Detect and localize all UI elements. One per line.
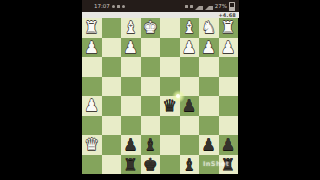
square-b1[interactable]: ♞ <box>199 18 219 38</box>
status-bar: 17:07 27% <box>82 0 239 12</box>
square-f8[interactable]: ♜ <box>121 155 141 175</box>
status-bar-right: 27% <box>185 0 235 12</box>
square-h6[interactable] <box>82 116 102 136</box>
square-e7[interactable]: ♝ <box>141 135 161 155</box>
inshot-watermark: InShot <box>203 160 229 168</box>
square-d3[interactable] <box>160 57 180 77</box>
square-c1[interactable]: ♝ <box>180 18 200 38</box>
black-pawn: ♟ <box>201 135 216 155</box>
square-h3[interactable] <box>82 57 102 77</box>
square-g7[interactable] <box>102 135 122 155</box>
white-knight: ♞ <box>201 18 216 38</box>
square-g3[interactable] <box>102 57 122 77</box>
square-c3[interactable] <box>180 57 200 77</box>
wifi-icon <box>195 2 203 10</box>
white-bishop: ♝ <box>182 18 197 38</box>
square-h2[interactable]: ♟ <box>82 38 102 58</box>
chess-board[interactable]: ♜♝♚♝♞♜♟♟♟♟♟♟♛♟♛♟♝♟♟♜♚♝♜ <box>82 18 238 174</box>
square-f4[interactable] <box>121 77 141 97</box>
square-a3[interactable] <box>219 57 239 77</box>
volte-icon <box>190 5 193 8</box>
square-a4[interactable] <box>219 77 239 97</box>
square-a7[interactable]: ♟ <box>219 135 239 155</box>
white-rook: ♜ <box>221 18 236 38</box>
square-f5[interactable] <box>121 96 141 116</box>
white-pawn: ♟ <box>201 38 216 58</box>
square-b7[interactable]: ♟ <box>199 135 219 155</box>
square-d1[interactable] <box>160 18 180 38</box>
square-e3[interactable] <box>141 57 161 77</box>
white-rook: ♜ <box>84 18 99 38</box>
phone-screen: 17:07 27% +4.68 ♜♝♚♝♞♜♟♟♟♟♟♟♛♟♛♟♝♟♟♜♚♝♜ … <box>82 0 239 174</box>
black-pawn: ♟ <box>123 135 138 155</box>
square-d6[interactable] <box>160 116 180 136</box>
square-c7[interactable] <box>180 135 200 155</box>
white-bishop: ♝ <box>123 18 138 38</box>
square-g8[interactable] <box>102 155 122 175</box>
square-e6[interactable] <box>141 116 161 136</box>
white-pawn: ♟ <box>84 38 99 58</box>
signal-icon <box>205 2 213 10</box>
square-d8[interactable] <box>160 155 180 175</box>
mute-icon <box>112 5 115 8</box>
square-h5[interactable]: ♟ <box>82 96 102 116</box>
square-b4[interactable] <box>199 77 219 97</box>
square-b2[interactable]: ♟ <box>199 38 219 58</box>
white-pawn: ♟ <box>84 96 99 116</box>
white-king: ♚ <box>143 18 158 38</box>
square-e1[interactable]: ♚ <box>141 18 161 38</box>
square-f7[interactable]: ♟ <box>121 135 141 155</box>
black-bishop: ♝ <box>182 155 197 175</box>
battery-percent-text: 27% <box>215 0 227 12</box>
video-frame: 17:07 27% +4.68 ♜♝♚♝♞♜♟♟♟♟♟♟♛♟♛♟♝♟♟♜♚♝♜ … <box>0 0 320 180</box>
square-e4[interactable] <box>141 77 161 97</box>
square-g4[interactable] <box>102 77 122 97</box>
square-e2[interactable] <box>141 38 161 58</box>
square-b5[interactable] <box>199 96 219 116</box>
square-a6[interactable] <box>219 116 239 136</box>
white-pawn: ♟ <box>182 38 197 58</box>
square-f3[interactable] <box>121 57 141 77</box>
white-pawn: ♟ <box>123 38 138 58</box>
screenshot-icon <box>185 5 188 8</box>
square-a2[interactable]: ♟ <box>219 38 239 58</box>
square-f1[interactable]: ♝ <box>121 18 141 38</box>
clock-text: 17:07 <box>94 0 110 12</box>
square-f2[interactable]: ♟ <box>121 38 141 58</box>
square-c8[interactable]: ♝ <box>180 155 200 175</box>
black-king: ♚ <box>143 155 158 175</box>
move-sparkle-effect <box>172 90 185 103</box>
square-c6[interactable] <box>180 116 200 136</box>
square-b3[interactable] <box>199 57 219 77</box>
square-g2[interactable] <box>102 38 122 58</box>
square-c2[interactable]: ♟ <box>180 38 200 58</box>
square-e8[interactable]: ♚ <box>141 155 161 175</box>
square-d5[interactable]: ♛ <box>160 96 180 116</box>
sim-icon <box>117 5 120 8</box>
black-bishop: ♝ <box>143 135 158 155</box>
square-d2[interactable] <box>160 38 180 58</box>
square-g1[interactable] <box>102 18 122 38</box>
square-h7[interactable]: ♛ <box>82 135 102 155</box>
status-bar-left: 17:07 <box>94 0 125 12</box>
black-rook: ♜ <box>123 155 138 175</box>
square-e5[interactable] <box>141 96 161 116</box>
white-queen: ♛ <box>84 135 99 155</box>
square-b6[interactable] <box>199 116 219 136</box>
battery-icon <box>229 2 235 11</box>
black-pawn: ♟ <box>221 135 236 155</box>
square-d7[interactable] <box>160 135 180 155</box>
square-h8[interactable] <box>82 155 102 175</box>
square-a5[interactable] <box>219 96 239 116</box>
data-saver-icon <box>122 5 125 8</box>
white-pawn: ♟ <box>221 38 236 58</box>
square-g6[interactable] <box>102 116 122 136</box>
square-h1[interactable]: ♜ <box>82 18 102 38</box>
square-g5[interactable] <box>102 96 122 116</box>
square-f6[interactable] <box>121 116 141 136</box>
square-a1[interactable]: ♜ <box>219 18 239 38</box>
square-h4[interactable] <box>82 77 102 97</box>
